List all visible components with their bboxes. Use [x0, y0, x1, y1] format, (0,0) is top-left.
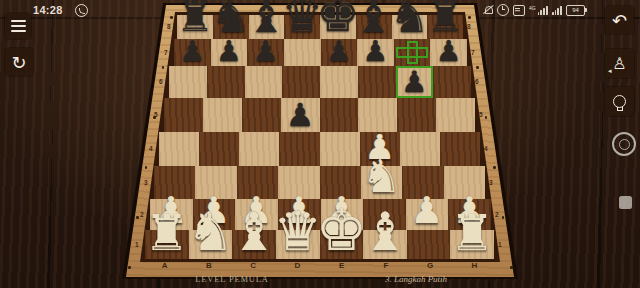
hamburger-icon: [11, 20, 26, 22]
file-label-c: C: [250, 261, 256, 270]
network-label: 4G: [529, 6, 536, 11]
screen-record-stop-button[interactable]: [619, 196, 632, 209]
square-h5[interactable]: [436, 98, 475, 132]
signal-icon: [552, 6, 562, 15]
piece-white-knight[interactable]: ♞: [361, 132, 402, 199]
square-c6[interactable]: [245, 66, 283, 98]
piece-white-rook[interactable]: ♜: [145, 196, 189, 259]
clock-time: 14:28: [33, 4, 63, 16]
piece-white-king[interactable]: ♚: [320, 196, 364, 259]
square-b4[interactable]: [199, 132, 239, 166]
status-bar: 14:28 4G 94: [0, 0, 640, 20]
left-rank-label-2: 2: [140, 211, 144, 218]
square-b5[interactable]: [203, 98, 242, 132]
lightbulb-icon: [613, 95, 626, 108]
file-label-a: A: [162, 261, 168, 270]
file-label-f: F: [383, 261, 388, 270]
restart-icon: ↻: [11, 52, 26, 73]
frame-pin: [128, 266, 131, 269]
frame-pin: [485, 116, 488, 119]
alarm-icon: [497, 4, 509, 16]
piece-black-pawn[interactable]: ♟: [396, 32, 434, 98]
piece-black-pawn[interactable]: ♟: [281, 64, 320, 132]
piece-style-button[interactable]: ♙ ◂: [605, 49, 634, 78]
frame-pin: [493, 166, 496, 169]
undo-button[interactable]: ↶: [605, 6, 634, 34]
corner-arrow-icon: ◂: [608, 67, 612, 75]
pawn-icon: ♙: [612, 54, 626, 73]
battery-percent: 94: [572, 7, 579, 13]
left-rank-label-4: 4: [149, 145, 153, 152]
square-e5[interactable]: [320, 98, 359, 132]
right-rank-label-8: 8: [467, 23, 471, 30]
square-a6[interactable]: [169, 66, 207, 98]
frame-pin: [136, 216, 139, 219]
status-icons: 4G 94: [483, 4, 585, 16]
mute-icon: [483, 5, 493, 15]
square-a4[interactable]: [159, 132, 199, 166]
file-label-g: G: [427, 261, 433, 270]
file-label-h: H: [471, 261, 477, 270]
piece-white-rook[interactable]: ♜: [450, 196, 494, 259]
frame-pin: [162, 66, 165, 69]
piece-white-queen[interactable]: ♛: [276, 196, 320, 259]
frame-pin: [145, 166, 148, 169]
square-b6[interactable]: [207, 66, 245, 98]
square-c4[interactable]: [239, 132, 279, 166]
left-rank-label-1: 1: [135, 241, 139, 248]
move-indicator-label: 3. Langkah Putih: [385, 274, 447, 284]
square-h4[interactable]: [440, 132, 480, 166]
frame-pin: [502, 216, 505, 219]
level-label: LEVEL PEMULA: [195, 274, 268, 284]
menu-button[interactable]: [5, 13, 31, 39]
frame-pin: [476, 66, 479, 69]
right-rank-label-5: 5: [479, 111, 483, 118]
undo-icon: ↶: [612, 10, 627, 31]
whatsapp-icon: [75, 4, 88, 17]
vowifi-icon: [513, 5, 525, 16]
square-f6[interactable]: [358, 66, 396, 98]
right-rank-label-1: 1: [498, 241, 502, 248]
signal-4g-icon: 4G: [529, 6, 548, 15]
left-rank-label-6: 6: [159, 78, 163, 85]
square-d4[interactable]: [279, 132, 319, 166]
square-a5[interactable]: [164, 98, 203, 132]
screen-record-lens-button[interactable]: [612, 132, 636, 156]
hint-button[interactable]: [605, 87, 634, 116]
left-rank-label-8: 8: [167, 23, 171, 30]
piece-white-pawn[interactable]: ♟: [406, 165, 449, 230]
square-d7[interactable]: [284, 39, 321, 66]
file-label-b: B: [206, 261, 212, 270]
square-g1[interactable]: [407, 230, 451, 259]
frame-pin: [153, 116, 156, 119]
square-h6[interactable]: [433, 66, 471, 98]
square-e4[interactable]: [320, 132, 360, 166]
square-c5[interactable]: [242, 98, 281, 132]
piece-white-bishop[interactable]: ♝: [232, 196, 276, 259]
square-e6[interactable]: [320, 66, 358, 98]
square-g5[interactable]: [397, 98, 436, 132]
right-rank-label-7: 7: [471, 49, 475, 56]
restart-button[interactable]: ↻: [5, 48, 33, 76]
piece-white-knight[interactable]: ♞: [189, 196, 233, 259]
right-rank-label-6: 6: [475, 78, 479, 85]
left-rank-label-7: 7: [164, 49, 168, 56]
piece-white-bishop[interactable]: ♝: [363, 196, 407, 259]
frame-pin: [510, 266, 513, 269]
right-rank-label-4: 4: [484, 145, 488, 152]
right-rank-label-2: 2: [495, 211, 499, 218]
square-g4[interactable]: [400, 132, 440, 166]
left-rank-label-3: 3: [144, 179, 148, 186]
battery-icon: 94: [566, 5, 585, 16]
